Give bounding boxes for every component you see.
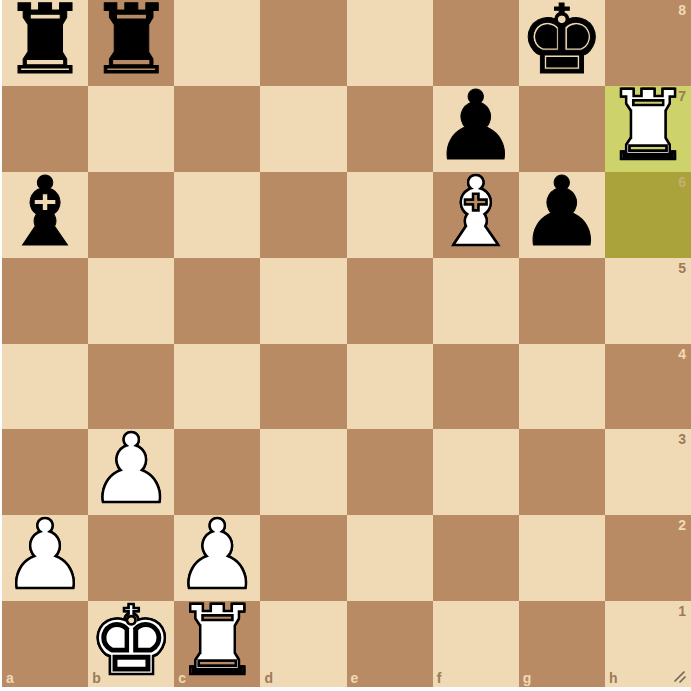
square-d6[interactable] [260, 172, 346, 258]
square-g6[interactable]: ♟ [519, 172, 605, 258]
square-f3[interactable] [433, 429, 519, 515]
square-f5[interactable] [433, 258, 519, 344]
coord-rank-4: 4 [678, 346, 686, 362]
square-c7[interactable] [174, 86, 260, 172]
coord-file-d: d [264, 670, 273, 686]
piece-black-pawn[interactable]: ♟ [519, 169, 605, 255]
square-g5[interactable] [519, 258, 605, 344]
board: ♜♜♚8♟7♜♝♝♟654♟3♟♟2ab♚c♜defg1h [2, 0, 691, 687]
coord-file-e: e [351, 670, 359, 686]
square-g4[interactable] [519, 344, 605, 430]
square-d8[interactable] [260, 0, 346, 86]
piece-white-rook[interactable]: ♜ [174, 598, 260, 684]
coord-rank-3: 3 [678, 431, 686, 447]
square-e5[interactable] [347, 258, 433, 344]
square-b5[interactable] [88, 258, 174, 344]
square-d3[interactable] [260, 429, 346, 515]
square-d4[interactable] [260, 344, 346, 430]
square-c6[interactable] [174, 172, 260, 258]
square-h4[interactable]: 4 [605, 344, 691, 430]
coord-rank-1: 1 [678, 603, 686, 619]
square-a5[interactable] [2, 258, 88, 344]
square-b6[interactable] [88, 172, 174, 258]
piece-black-bishop[interactable]: ♝ [2, 169, 88, 255]
piece-black-king[interactable]: ♚ [519, 0, 605, 83]
square-f1[interactable]: f [433, 601, 519, 687]
square-d2[interactable] [260, 515, 346, 601]
square-g3[interactable] [519, 429, 605, 515]
square-h1[interactable]: 1h [605, 601, 691, 687]
square-b3[interactable]: ♟ [88, 429, 174, 515]
square-b1[interactable]: b♚ [88, 601, 174, 687]
coord-rank-5: 5 [678, 260, 686, 276]
square-a2[interactable]: ♟ [2, 515, 88, 601]
square-d7[interactable] [260, 86, 346, 172]
coord-rank-2: 2 [678, 517, 686, 533]
square-e8[interactable] [347, 0, 433, 86]
square-e4[interactable] [347, 344, 433, 430]
square-h7[interactable]: 7♜ [605, 86, 691, 172]
piece-white-rook[interactable]: ♜ [605, 83, 691, 169]
square-h6[interactable]: 6 [605, 172, 691, 258]
coord-rank-6: 6 [678, 174, 686, 190]
square-e6[interactable] [347, 172, 433, 258]
square-f6[interactable]: ♝ [433, 172, 519, 258]
square-c4[interactable] [174, 344, 260, 430]
coord-rank-8: 8 [678, 2, 686, 18]
square-b7[interactable] [88, 86, 174, 172]
square-f2[interactable] [433, 515, 519, 601]
square-g8[interactable]: ♚ [519, 0, 605, 86]
square-d1[interactable]: d [260, 601, 346, 687]
square-c5[interactable] [174, 258, 260, 344]
square-g2[interactable] [519, 515, 605, 601]
square-a1[interactable]: a [2, 601, 88, 687]
square-d5[interactable] [260, 258, 346, 344]
square-a6[interactable]: ♝ [2, 172, 88, 258]
piece-black-rook[interactable]: ♜ [88, 0, 174, 83]
square-g1[interactable]: g [519, 601, 605, 687]
square-h3[interactable]: 3 [605, 429, 691, 515]
square-c8[interactable] [174, 0, 260, 86]
piece-white-pawn[interactable]: ♟ [2, 512, 88, 598]
chess-board-frame: ♜♜♚8♟7♜♝♝♟654♟3♟♟2ab♚c♜defg1h [0, 0, 691, 691]
coord-file-f: f [437, 670, 442, 686]
square-e7[interactable] [347, 86, 433, 172]
piece-black-rook[interactable]: ♜ [2, 0, 88, 83]
board-resize-handle-icon[interactable] [671, 667, 689, 685]
square-e1[interactable]: e [347, 601, 433, 687]
coord-file-a: a [6, 670, 14, 686]
square-e2[interactable] [347, 515, 433, 601]
square-f4[interactable] [433, 344, 519, 430]
square-a4[interactable] [2, 344, 88, 430]
coord-file-g: g [523, 670, 532, 686]
coord-file-h: h [609, 670, 618, 686]
square-h2[interactable]: 2 [605, 515, 691, 601]
piece-white-bishop[interactable]: ♝ [433, 169, 519, 255]
square-c1[interactable]: c♜ [174, 601, 260, 687]
square-h5[interactable]: 5 [605, 258, 691, 344]
square-e3[interactable] [347, 429, 433, 515]
piece-white-king[interactable]: ♚ [88, 598, 174, 684]
square-b8[interactable]: ♜ [88, 0, 174, 86]
piece-white-pawn[interactable]: ♟ [88, 426, 174, 512]
square-a8[interactable]: ♜ [2, 0, 88, 86]
